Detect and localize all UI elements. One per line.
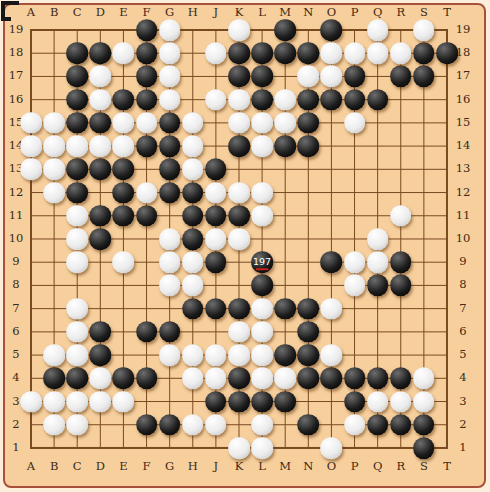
white-stone: [251, 298, 273, 320]
black-stone: [228, 391, 250, 413]
white-stone: [113, 135, 135, 157]
white-stone: [20, 112, 42, 134]
black-stone: [390, 251, 412, 273]
black-stone: [321, 19, 343, 41]
black-stone: [344, 368, 366, 390]
move-number-label: 197: [253, 256, 271, 267]
black-stone: [367, 275, 389, 297]
white-stone: [321, 298, 343, 320]
black-stone: [298, 344, 320, 366]
black-stone: [205, 391, 227, 413]
white-stone: [20, 135, 42, 157]
white-stone: [251, 344, 273, 366]
white-stone: [321, 42, 343, 64]
black-stone: [113, 205, 135, 227]
corner-bracket-icon: [1, 1, 21, 23]
white-stone: [251, 182, 273, 204]
white-stone: [113, 251, 135, 273]
black-stone: [66, 182, 88, 204]
white-stone: [274, 368, 296, 390]
black-stone: [90, 42, 112, 64]
last-move-mark: [256, 268, 269, 271]
white-stone: [136, 112, 158, 134]
white-stone: [274, 112, 296, 134]
white-stone: [344, 414, 366, 436]
black-stone: [205, 298, 227, 320]
white-stone: [251, 112, 273, 134]
black-stone: [228, 42, 250, 64]
white-stone: [182, 159, 204, 181]
black-stone: [90, 205, 112, 227]
white-stone: [182, 112, 204, 134]
white-stone: [413, 19, 435, 41]
black-stone: [159, 321, 181, 343]
black-stone: [367, 414, 389, 436]
white-stone: [390, 205, 412, 227]
white-stone: [205, 368, 227, 390]
white-stone: [159, 19, 181, 41]
black-stone: [228, 205, 250, 227]
white-stone: [182, 275, 204, 297]
white-stone: [43, 391, 65, 413]
white-stone: [182, 368, 204, 390]
white-stone: [66, 135, 88, 157]
white-stone: [90, 66, 112, 88]
white-stone: [90, 368, 112, 390]
white-stone: [205, 182, 227, 204]
black-stone: [228, 135, 250, 157]
black-stone: [66, 159, 88, 181]
white-stone: [136, 182, 158, 204]
white-stone: [66, 321, 88, 343]
white-stone: [251, 321, 273, 343]
black-stone: [390, 66, 412, 88]
black-stone: [136, 66, 158, 88]
white-stone: [321, 66, 343, 88]
white-stone: [274, 89, 296, 111]
black-stone: [436, 42, 458, 64]
black-stone: [228, 298, 250, 320]
white-stone: [159, 228, 181, 250]
white-stone: [413, 391, 435, 413]
white-stone: [20, 159, 42, 181]
white-stone: [228, 228, 250, 250]
white-stone: [182, 135, 204, 157]
black-stone: [205, 251, 227, 273]
black-stone: [251, 275, 273, 297]
black-stone: [413, 437, 435, 459]
black-stone: [159, 182, 181, 204]
white-stone: [66, 344, 88, 366]
black-stone: [205, 205, 227, 227]
white-stone: [367, 42, 389, 64]
black-stone: [43, 368, 65, 390]
black-stone: [90, 344, 112, 366]
white-stone: [251, 135, 273, 157]
white-stone: [90, 135, 112, 157]
white-stone: [159, 66, 181, 88]
black-stone: [136, 42, 158, 64]
white-stone: [113, 112, 135, 134]
white-stone: [66, 414, 88, 436]
black-stone: [298, 135, 320, 157]
black-stone: [321, 368, 343, 390]
white-stone: [321, 437, 343, 459]
black-stone: [228, 66, 250, 88]
black-stone: [321, 89, 343, 111]
black-stone: [90, 112, 112, 134]
black-stone: [159, 112, 181, 134]
black-stone: [136, 321, 158, 343]
white-stone: [205, 228, 227, 250]
black-stone: [136, 19, 158, 41]
black-stone: [251, 42, 273, 64]
white-stone: [182, 344, 204, 366]
white-stone: [321, 344, 343, 366]
white-stone: [344, 112, 366, 134]
white-stone: [344, 275, 366, 297]
black-stone: [298, 112, 320, 134]
white-stone: [66, 251, 88, 273]
white-stone: [20, 391, 42, 413]
black-stone: [413, 66, 435, 88]
black-stone: [344, 66, 366, 88]
go-app-window: AABBCCDDEEFFGGHHJJKKLLMMNNOOPPQQRRSSTT11…: [0, 0, 490, 492]
black-stone: [113, 368, 135, 390]
black-stone: [113, 182, 135, 204]
black-stone: [136, 368, 158, 390]
white-stone: [113, 391, 135, 413]
black-stone: [298, 298, 320, 320]
black-stone: [90, 159, 112, 181]
white-stone: [182, 251, 204, 273]
black-stone: [182, 205, 204, 227]
black-stone: [344, 391, 366, 413]
white-stone: [228, 321, 250, 343]
black-stone: [367, 368, 389, 390]
black-stone: [298, 321, 320, 343]
white-stone: [251, 437, 273, 459]
black-stone: [251, 391, 273, 413]
black-stone: [66, 112, 88, 134]
black-stone: [136, 414, 158, 436]
black-stone: [66, 66, 88, 88]
black-stone: [298, 42, 320, 64]
white-stone: [43, 159, 65, 181]
black-stone: [136, 89, 158, 111]
white-stone: [344, 42, 366, 64]
white-stone: [367, 228, 389, 250]
white-stone: [228, 19, 250, 41]
black-stone: [251, 89, 273, 111]
black-stone: [182, 298, 204, 320]
white-stone: [205, 344, 227, 366]
black-stone: [390, 368, 412, 390]
white-stone: [205, 42, 227, 64]
black-stone: [298, 414, 320, 436]
white-stone: [390, 391, 412, 413]
white-stone: [182, 414, 204, 436]
white-stone: [90, 89, 112, 111]
black-stone: [274, 344, 296, 366]
black-stone: [182, 182, 204, 204]
black-stone: [274, 391, 296, 413]
black-stone: [274, 19, 296, 41]
black-stone: [90, 228, 112, 250]
white-stone: [66, 298, 88, 320]
black-stone: [136, 135, 158, 157]
white-stone: [251, 368, 273, 390]
white-stone: [413, 368, 435, 390]
white-stone: [344, 251, 366, 273]
white-stone: [43, 414, 65, 436]
black-stone: [228, 368, 250, 390]
white-stone: [43, 112, 65, 134]
black-stone: [251, 66, 273, 88]
black-stone: [136, 205, 158, 227]
black-stone: [66, 368, 88, 390]
white-stone: [43, 135, 65, 157]
white-stone: [367, 251, 389, 273]
black-stone: [413, 42, 435, 64]
white-stone: [251, 414, 273, 436]
black-stone: [159, 159, 181, 181]
white-stone: [298, 66, 320, 88]
black-stone: [413, 414, 435, 436]
white-stone: [228, 437, 250, 459]
black-stone: [113, 89, 135, 111]
white-stone: [159, 89, 181, 111]
white-stone: [251, 205, 273, 227]
white-stone: [205, 414, 227, 436]
white-stone: [367, 19, 389, 41]
white-stone: [228, 344, 250, 366]
white-stone: [390, 42, 412, 64]
white-stone: [228, 112, 250, 134]
black-stone: [205, 159, 227, 181]
black-stone: [367, 89, 389, 111]
black-stone: [321, 251, 343, 273]
black-stone: [274, 298, 296, 320]
black-stone: [159, 135, 181, 157]
black-stone: [344, 89, 366, 111]
white-stone: [43, 182, 65, 204]
black-stone: [274, 135, 296, 157]
black-stone: [90, 321, 112, 343]
white-stone: [66, 228, 88, 250]
black-stone: [159, 414, 181, 436]
white-stone: [66, 391, 88, 413]
black-stone: [113, 159, 135, 181]
black-stone: [298, 368, 320, 390]
white-stone: [228, 182, 250, 204]
black-stone: [298, 89, 320, 111]
white-stone: [113, 42, 135, 64]
black-stone: [390, 414, 412, 436]
black-stone: [390, 275, 412, 297]
black-stone: [66, 89, 88, 111]
white-stone: [159, 275, 181, 297]
black-stone: 197: [251, 251, 273, 273]
white-stone: [159, 344, 181, 366]
white-stone: [159, 42, 181, 64]
white-stone: [66, 205, 88, 227]
black-stone: [66, 42, 88, 64]
white-stone: [43, 344, 65, 366]
black-stone: [182, 228, 204, 250]
black-stone: [274, 42, 296, 64]
white-stone: [228, 89, 250, 111]
white-stone: [159, 251, 181, 273]
white-stone: [90, 391, 112, 413]
white-stone: [367, 391, 389, 413]
white-stone: [205, 89, 227, 111]
